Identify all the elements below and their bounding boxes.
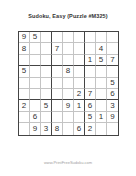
sudoku-cell: 3 <box>107 100 118 111</box>
sudoku-cell: 2 <box>74 89 85 100</box>
sudoku-cell <box>63 112 74 123</box>
sudoku-cell: 5 <box>96 55 107 66</box>
sudoku-cell <box>74 43 85 54</box>
sudoku-cell: 2 <box>85 123 96 134</box>
sudoku-cell <box>52 66 63 77</box>
sudoku-cell <box>19 89 30 100</box>
sudoku-cell <box>41 55 52 66</box>
sudoku-cell <box>63 55 74 66</box>
sudoku-cell <box>52 112 63 123</box>
sudoku-cell <box>63 78 74 89</box>
sudoku-cell <box>41 112 52 123</box>
sudoku-cell: 3 <box>41 123 52 134</box>
sudoku-cell: 9 <box>30 123 41 134</box>
sudoku-cell <box>74 55 85 66</box>
sudoku-board: 95874157585276259163651993862 <box>18 31 119 136</box>
sudoku-cell <box>41 78 52 89</box>
sudoku-cell <box>19 78 30 89</box>
sudoku-cell: 7 <box>52 43 63 54</box>
sudoku-cell <box>74 66 85 77</box>
sudoku-cell <box>63 89 74 100</box>
sudoku-cell <box>30 43 41 54</box>
sudoku-cell: 8 <box>19 43 30 54</box>
sudoku-cell: 9 <box>63 100 74 111</box>
sudoku-cell <box>41 89 52 100</box>
sudoku-cell: 6 <box>107 89 118 100</box>
sudoku-cell <box>74 78 85 89</box>
sudoku-cell <box>96 89 107 100</box>
sudoku-cell <box>30 89 41 100</box>
sudoku-cell: 6 <box>30 112 41 123</box>
sudoku-cell: 5 <box>19 66 30 77</box>
sudoku-cell: 7 <box>107 55 118 66</box>
sudoku-page: Sudoku, Easy (Puzzle #M325) 958741575852… <box>0 0 136 176</box>
sudoku-cell <box>30 100 41 111</box>
sudoku-cell <box>107 32 118 43</box>
sudoku-cell <box>85 78 96 89</box>
sudoku-cell: 2 <box>19 100 30 111</box>
sudoku-cell <box>96 100 107 111</box>
sudoku-cell <box>63 123 74 134</box>
sudoku-cell: 1 <box>74 100 85 111</box>
sudoku-cell <box>41 43 52 54</box>
sudoku-cell: 7 <box>85 89 96 100</box>
sudoku-cell: 8 <box>63 66 74 77</box>
sudoku-cell <box>85 43 96 54</box>
sudoku-cell <box>19 55 30 66</box>
sudoku-cell <box>74 32 85 43</box>
sudoku-cell: 1 <box>85 55 96 66</box>
sudoku-cell <box>19 123 30 134</box>
sudoku-cell <box>41 66 52 77</box>
sudoku-cell <box>52 100 63 111</box>
puzzle-title: Sudoku, Easy (Puzzle #M325) <box>0 13 136 19</box>
sudoku-cell: 6 <box>85 100 96 111</box>
sudoku-cell <box>52 55 63 66</box>
sudoku-cell <box>107 43 118 54</box>
sudoku-cell <box>52 89 63 100</box>
sudoku-cell: 5 <box>41 100 52 111</box>
sudoku-cell <box>52 32 63 43</box>
sudoku-cell <box>19 112 30 123</box>
sudoku-cell <box>74 112 85 123</box>
sudoku-cell: 8 <box>52 123 63 134</box>
sudoku-cell <box>30 66 41 77</box>
sudoku-cell <box>85 66 96 77</box>
sudoku-cell <box>96 78 107 89</box>
sudoku-cell <box>96 123 107 134</box>
sudoku-cell <box>85 32 96 43</box>
sudoku-cell: 5 <box>85 112 96 123</box>
sudoku-cell <box>96 32 107 43</box>
sudoku-cell: 9 <box>107 112 118 123</box>
sudoku-cell <box>52 78 63 89</box>
sudoku-cell: 5 <box>30 32 41 43</box>
sudoku-cell: 9 <box>19 32 30 43</box>
sudoku-cell: 1 <box>96 112 107 123</box>
sudoku-cell: 4 <box>96 43 107 54</box>
sudoku-cell <box>96 66 107 77</box>
sudoku-cell <box>63 43 74 54</box>
sudoku-cell <box>41 32 52 43</box>
sudoku-cell <box>30 55 41 66</box>
sudoku-cell: 5 <box>107 78 118 89</box>
sudoku-cell <box>63 32 74 43</box>
sudoku-cell: 6 <box>74 123 85 134</box>
sudoku-cell <box>30 78 41 89</box>
sudoku-cell <box>107 66 118 77</box>
sudoku-cell <box>107 123 118 134</box>
footer-url: www.PrintFreeSudoku.com <box>0 160 136 165</box>
